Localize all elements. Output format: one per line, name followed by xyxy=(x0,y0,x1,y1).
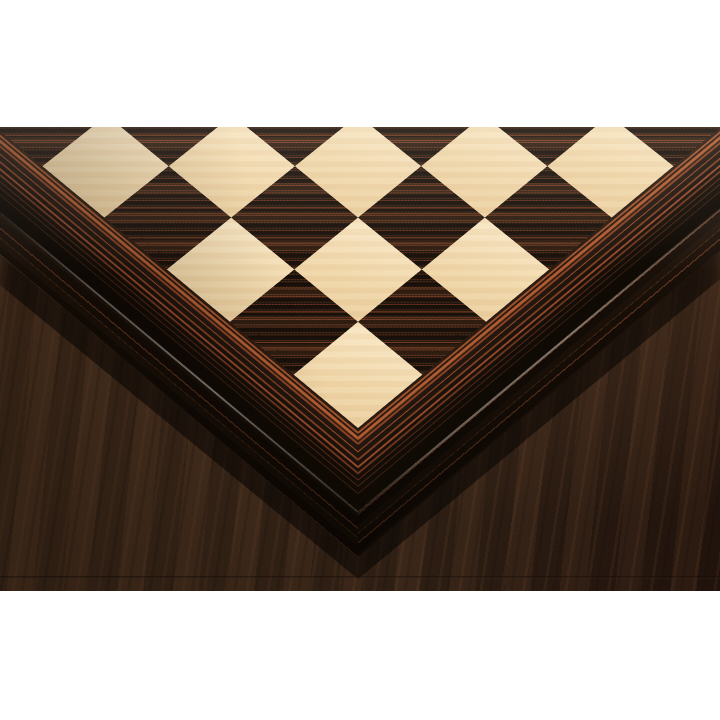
screenshot-canvas xyxy=(0,0,720,720)
table-front-edge xyxy=(0,576,720,579)
product-photo xyxy=(0,127,720,591)
